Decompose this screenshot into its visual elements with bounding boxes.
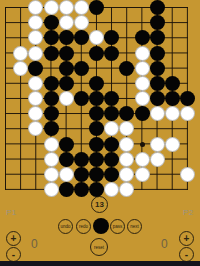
- stone-black: [89, 76, 104, 91]
- stone-black: [135, 106, 150, 121]
- stone-white: [165, 106, 180, 121]
- stone-black: [150, 15, 165, 30]
- stone-black: [150, 0, 165, 15]
- stone-black: [44, 91, 59, 106]
- stone-black: [44, 121, 59, 136]
- stone-white: [13, 46, 28, 61]
- stone-white: [28, 46, 43, 61]
- stone-white: [180, 167, 195, 182]
- stone-black: [89, 182, 104, 197]
- player1-minus-button[interactable]: -: [6, 247, 21, 262]
- stone-black: [59, 46, 74, 61]
- player2-minus-button[interactable]: -: [179, 247, 194, 262]
- stone-black: [165, 76, 180, 91]
- stone-white: [74, 0, 89, 15]
- stone-black: [180, 91, 195, 106]
- go-app: 13 undo redo pass next P1 P2 + - + - 0 0…: [0, 0, 200, 266]
- stone-black: [89, 91, 104, 106]
- stone-black: [74, 91, 89, 106]
- go-board[interactable]: [0, 0, 200, 195]
- stone-black: [74, 152, 89, 167]
- stone-black: [150, 46, 165, 61]
- stone-black: [44, 76, 59, 91]
- star-point: [140, 142, 145, 147]
- bottom-bar: [0, 261, 200, 266]
- reset-button[interactable]: reset: [90, 238, 108, 256]
- stone-white: [74, 15, 89, 30]
- stone-black: [89, 0, 104, 15]
- player2-label: P2: [183, 208, 194, 217]
- stone-white: [165, 137, 180, 152]
- stone-white: [59, 91, 74, 106]
- stone-black: [89, 167, 104, 182]
- stone-black: [150, 61, 165, 76]
- stone-black: [59, 61, 74, 76]
- stone-black: [150, 30, 165, 45]
- stone-white: [59, 167, 74, 182]
- stone-black: [89, 46, 104, 61]
- stone-black: [59, 182, 74, 197]
- pass-button[interactable]: pass: [110, 219, 125, 234]
- player2-count: 0: [161, 237, 168, 251]
- stone-white: [59, 15, 74, 30]
- stone-black: [104, 46, 119, 61]
- stone-white: [135, 61, 150, 76]
- stone-black: [74, 167, 89, 182]
- next-button[interactable]: next: [127, 219, 142, 234]
- stone-white: [150, 137, 165, 152]
- stone-white: [135, 91, 150, 106]
- stone-white: [44, 182, 59, 197]
- player1-plus-button[interactable]: +: [6, 231, 21, 246]
- stone-white: [13, 61, 28, 76]
- stone-black: [44, 106, 59, 121]
- stone-black: [104, 137, 119, 152]
- stone-white: [44, 152, 59, 167]
- player1-label: P1: [6, 208, 17, 217]
- stone-black: [44, 15, 59, 30]
- player2-plus-button[interactable]: +: [179, 231, 194, 246]
- stone-black: [104, 152, 119, 167]
- stone-black: [44, 46, 59, 61]
- undo-button[interactable]: undo: [58, 219, 73, 234]
- stone-black: [119, 61, 134, 76]
- stone-white: [150, 106, 165, 121]
- stone-black: [150, 76, 165, 91]
- stone-black: [89, 152, 104, 167]
- stone-black: [74, 61, 89, 76]
- board-size-badge[interactable]: 13: [91, 196, 108, 213]
- stone-white: [135, 167, 150, 182]
- stone-white: [180, 106, 195, 121]
- stone-black: [28, 61, 43, 76]
- stone-black: [89, 137, 104, 152]
- stone-white: [135, 152, 150, 167]
- stone-white: [59, 0, 74, 15]
- stone-white: [119, 137, 134, 152]
- stone-black: [74, 182, 89, 197]
- stone-black: [44, 30, 59, 45]
- turn-indicator-black-stone[interactable]: [93, 218, 109, 234]
- stone-white: [119, 152, 134, 167]
- redo-button[interactable]: redo: [76, 219, 91, 234]
- stone-black: [59, 76, 74, 91]
- stone-black: [59, 137, 74, 152]
- controls-panel: 13 undo redo pass next P1 P2 + - + - 0 0…: [0, 195, 200, 262]
- stone-white: [135, 46, 150, 61]
- player1-count: 0: [31, 237, 38, 251]
- stone-white: [44, 167, 59, 182]
- stone-white: [44, 137, 59, 152]
- stone-black: [104, 167, 119, 182]
- stone-black: [165, 91, 180, 106]
- stone-white: [150, 152, 165, 167]
- stone-black: [59, 152, 74, 167]
- stone-black: [150, 91, 165, 106]
- stone-black: [135, 30, 150, 45]
- stone-white: [44, 0, 59, 15]
- stone-black: [59, 30, 74, 45]
- stone-white: [135, 76, 150, 91]
